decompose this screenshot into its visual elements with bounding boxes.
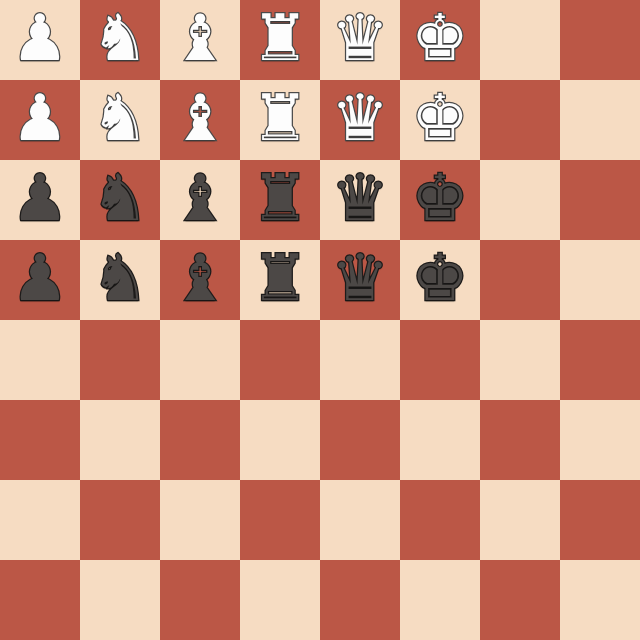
square-e8[interactable]: ♛ <box>320 0 400 80</box>
black-knight[interactable]: ♞ <box>91 238 148 318</box>
square-e2[interactable] <box>320 480 400 560</box>
white-queen[interactable]: ♛ <box>331 0 388 78</box>
square-g1[interactable] <box>480 560 560 640</box>
square-a3[interactable] <box>0 400 80 480</box>
square-e7[interactable]: ♛ <box>320 80 400 160</box>
square-e3[interactable] <box>320 400 400 480</box>
square-f8[interactable]: ♚ <box>400 0 480 80</box>
white-queen[interactable]: ♛ <box>331 78 388 158</box>
square-f6[interactable]: ♚ <box>400 160 480 240</box>
square-h4[interactable] <box>560 320 640 400</box>
white-pawn[interactable]: ♟ <box>11 0 68 78</box>
chess-board: ♟♞♝♜♛♚♟♞♝♜♛♚♟♞♝♜♛♚♟♞♝♜♛♚ <box>0 0 640 640</box>
square-d3[interactable] <box>240 400 320 480</box>
square-h7[interactable] <box>560 80 640 160</box>
white-pawn[interactable]: ♟ <box>11 78 68 158</box>
square-d6[interactable]: ♜ <box>240 160 320 240</box>
square-d7[interactable]: ♜ <box>240 80 320 160</box>
square-e5[interactable]: ♛ <box>320 240 400 320</box>
black-king[interactable]: ♚ <box>411 158 468 238</box>
square-e1[interactable] <box>320 560 400 640</box>
square-g7[interactable] <box>480 80 560 160</box>
square-g3[interactable] <box>480 400 560 480</box>
square-a5[interactable]: ♟ <box>0 240 80 320</box>
square-a6[interactable]: ♟ <box>0 160 80 240</box>
white-bishop[interactable]: ♝ <box>171 78 228 158</box>
square-a4[interactable] <box>0 320 80 400</box>
white-knight[interactable]: ♞ <box>91 0 148 78</box>
black-queen[interactable]: ♛ <box>331 158 388 238</box>
square-d2[interactable] <box>240 480 320 560</box>
square-c8[interactable]: ♝ <box>160 0 240 80</box>
square-b5[interactable]: ♞ <box>80 240 160 320</box>
square-h8[interactable] <box>560 0 640 80</box>
square-f3[interactable] <box>400 400 480 480</box>
white-bishop[interactable]: ♝ <box>171 0 228 78</box>
square-e4[interactable] <box>320 320 400 400</box>
square-g2[interactable] <box>480 480 560 560</box>
square-c5[interactable]: ♝ <box>160 240 240 320</box>
chessboard-container: ♟♞♝♜♛♚♟♞♝♜♛♚♟♞♝♜♛♚♟♞♝♜♛♚ <box>0 0 640 640</box>
white-king[interactable]: ♚ <box>411 0 468 78</box>
square-c1[interactable] <box>160 560 240 640</box>
white-knight[interactable]: ♞ <box>91 78 148 158</box>
square-h1[interactable] <box>560 560 640 640</box>
square-f7[interactable]: ♚ <box>400 80 480 160</box>
black-pawn[interactable]: ♟ <box>11 158 68 238</box>
square-g6[interactable] <box>480 160 560 240</box>
square-b1[interactable] <box>80 560 160 640</box>
square-g5[interactable] <box>480 240 560 320</box>
square-d8[interactable]: ♜ <box>240 0 320 80</box>
black-queen[interactable]: ♛ <box>331 238 388 318</box>
square-c6[interactable]: ♝ <box>160 160 240 240</box>
square-b7[interactable]: ♞ <box>80 80 160 160</box>
square-c7[interactable]: ♝ <box>160 80 240 160</box>
square-a2[interactable] <box>0 480 80 560</box>
white-rook[interactable]: ♜ <box>251 78 308 158</box>
square-f4[interactable] <box>400 320 480 400</box>
square-b8[interactable]: ♞ <box>80 0 160 80</box>
black-rook[interactable]: ♜ <box>251 238 308 318</box>
square-f1[interactable] <box>400 560 480 640</box>
square-g4[interactable] <box>480 320 560 400</box>
square-d4[interactable] <box>240 320 320 400</box>
square-a7[interactable]: ♟ <box>0 80 80 160</box>
white-king[interactable]: ♚ <box>411 78 468 158</box>
square-b3[interactable] <box>80 400 160 480</box>
square-b4[interactable] <box>80 320 160 400</box>
black-bishop[interactable]: ♝ <box>171 158 228 238</box>
square-d1[interactable] <box>240 560 320 640</box>
square-c3[interactable] <box>160 400 240 480</box>
square-e6[interactable]: ♛ <box>320 160 400 240</box>
black-king[interactable]: ♚ <box>411 238 468 318</box>
square-g8[interactable] <box>480 0 560 80</box>
black-pawn[interactable]: ♟ <box>11 238 68 318</box>
black-knight[interactable]: ♞ <box>91 158 148 238</box>
square-b2[interactable] <box>80 480 160 560</box>
square-f5[interactable]: ♚ <box>400 240 480 320</box>
white-rook[interactable]: ♜ <box>251 0 308 78</box>
square-f2[interactable] <box>400 480 480 560</box>
black-bishop[interactable]: ♝ <box>171 238 228 318</box>
square-h5[interactable] <box>560 240 640 320</box>
square-h3[interactable] <box>560 400 640 480</box>
square-d5[interactable]: ♜ <box>240 240 320 320</box>
square-c2[interactable] <box>160 480 240 560</box>
square-h2[interactable] <box>560 480 640 560</box>
square-c4[interactable] <box>160 320 240 400</box>
square-a1[interactable] <box>0 560 80 640</box>
square-a8[interactable]: ♟ <box>0 0 80 80</box>
square-b6[interactable]: ♞ <box>80 160 160 240</box>
black-rook[interactable]: ♜ <box>251 158 308 238</box>
square-h6[interactable] <box>560 160 640 240</box>
